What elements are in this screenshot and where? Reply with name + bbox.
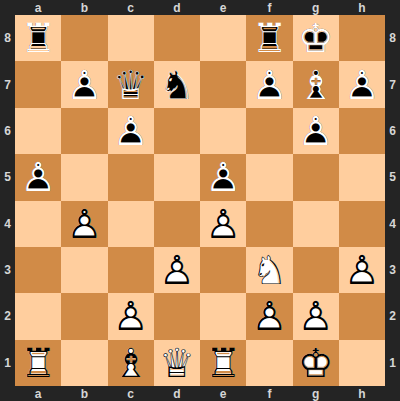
black-queen-outline-glyph: ♕ bbox=[108, 61, 154, 107]
square-h2[interactable] bbox=[339, 293, 385, 339]
piece-white-rook[interactable]: ♜♖ bbox=[15, 340, 61, 386]
white-pawn-outline-glyph: ♙ bbox=[108, 293, 154, 339]
square-b7[interactable]: ♟♙ bbox=[61, 61, 107, 107]
piece-white-pawn[interactable]: ♟♙ bbox=[246, 293, 292, 339]
piece-black-bishop[interactable]: ♝♗ bbox=[293, 61, 339, 107]
rank-label-5: 5 bbox=[385, 154, 400, 200]
black-rook-outline-glyph: ♖ bbox=[246, 15, 292, 61]
white-queen-outline-glyph: ♕ bbox=[154, 340, 200, 386]
square-d3[interactable]: ♟♙ bbox=[154, 247, 200, 293]
black-pawn-outline-glyph: ♙ bbox=[246, 61, 292, 107]
black-pawn-outline-glyph: ♙ bbox=[200, 154, 246, 200]
square-e2[interactable] bbox=[200, 293, 246, 339]
square-a4[interactable] bbox=[15, 201, 61, 247]
square-f4[interactable] bbox=[246, 201, 292, 247]
square-b8[interactable] bbox=[61, 15, 107, 61]
file-label-a: a bbox=[15, 386, 61, 401]
square-b5[interactable] bbox=[61, 154, 107, 200]
square-g2[interactable]: ♟♙ bbox=[293, 293, 339, 339]
square-a6[interactable] bbox=[15, 108, 61, 154]
black-pawn-outline-glyph: ♙ bbox=[339, 61, 385, 107]
file-labels-bottom: abcdefgh bbox=[15, 386, 385, 401]
piece-black-pawn[interactable]: ♟♙ bbox=[61, 61, 107, 107]
white-king-fill-glyph: ♚ bbox=[293, 340, 339, 386]
white-queen-fill-glyph: ♛ bbox=[154, 340, 200, 386]
square-c1[interactable]: ♝♗ bbox=[108, 340, 154, 386]
rank-label-2: 2 bbox=[385, 293, 400, 339]
file-label-g: g bbox=[293, 0, 339, 15]
square-h3[interactable]: ♟♙ bbox=[339, 247, 385, 293]
piece-white-knight[interactable]: ♞♘ bbox=[246, 247, 292, 293]
file-label-c: c bbox=[108, 386, 154, 401]
black-rook-fill-glyph: ♜ bbox=[15, 15, 61, 61]
rank-label-7: 7 bbox=[0, 61, 15, 107]
square-f2[interactable]: ♟♙ bbox=[246, 293, 292, 339]
square-d5[interactable] bbox=[154, 154, 200, 200]
square-g3[interactable] bbox=[293, 247, 339, 293]
piece-black-pawn[interactable]: ♟♙ bbox=[15, 154, 61, 200]
white-king-outline-glyph: ♔ bbox=[293, 340, 339, 386]
rank-label-4: 4 bbox=[0, 201, 15, 247]
rank-label-6: 6 bbox=[0, 108, 15, 154]
white-bishop-outline-glyph: ♗ bbox=[108, 340, 154, 386]
file-label-d: d bbox=[154, 386, 200, 401]
piece-white-rook[interactable]: ♜♖ bbox=[200, 340, 246, 386]
white-pawn-fill-glyph: ♟ bbox=[200, 201, 246, 247]
square-b6[interactable] bbox=[61, 108, 107, 154]
square-g7[interactable]: ♝♗ bbox=[293, 61, 339, 107]
piece-black-pawn[interactable]: ♟♙ bbox=[200, 154, 246, 200]
square-a3[interactable] bbox=[15, 247, 61, 293]
square-d1[interactable]: ♛♕ bbox=[154, 340, 200, 386]
square-e8[interactable] bbox=[200, 15, 246, 61]
square-h8[interactable] bbox=[339, 15, 385, 61]
black-king-fill-glyph: ♚ bbox=[293, 15, 339, 61]
square-f5[interactable] bbox=[246, 154, 292, 200]
piece-white-pawn[interactable]: ♟♙ bbox=[108, 293, 154, 339]
black-pawn-fill-glyph: ♟ bbox=[61, 61, 107, 107]
square-d8[interactable] bbox=[154, 15, 200, 61]
rank-label-6: 6 bbox=[385, 108, 400, 154]
rank-label-5: 5 bbox=[0, 154, 15, 200]
rank-label-3: 3 bbox=[0, 247, 15, 293]
square-a8[interactable]: ♜♖ bbox=[15, 15, 61, 61]
piece-black-knight[interactable]: ♞♘ bbox=[154, 61, 200, 107]
file-label-e: e bbox=[200, 0, 246, 15]
white-rook-fill-glyph: ♜ bbox=[200, 340, 246, 386]
piece-white-pawn[interactable]: ♟♙ bbox=[200, 201, 246, 247]
square-g5[interactable] bbox=[293, 154, 339, 200]
white-pawn-fill-glyph: ♟ bbox=[293, 293, 339, 339]
rank-label-1: 1 bbox=[0, 340, 15, 386]
piece-black-king[interactable]: ♚♔ bbox=[293, 15, 339, 61]
black-pawn-outline-glyph: ♙ bbox=[293, 108, 339, 154]
white-pawn-fill-glyph: ♟ bbox=[61, 201, 107, 247]
square-f6[interactable] bbox=[246, 108, 292, 154]
square-b4[interactable]: ♟♙ bbox=[61, 201, 107, 247]
square-f7[interactable]: ♟♙ bbox=[246, 61, 292, 107]
square-f1[interactable] bbox=[246, 340, 292, 386]
white-pawn-outline-glyph: ♙ bbox=[200, 201, 246, 247]
square-d6[interactable] bbox=[154, 108, 200, 154]
black-pawn-outline-glyph: ♙ bbox=[108, 108, 154, 154]
rank-label-8: 8 bbox=[385, 15, 400, 61]
black-pawn-fill-glyph: ♟ bbox=[339, 61, 385, 107]
square-h7[interactable]: ♟♙ bbox=[339, 61, 385, 107]
square-f3[interactable]: ♞♘ bbox=[246, 247, 292, 293]
square-c5[interactable] bbox=[108, 154, 154, 200]
white-rook-outline-glyph: ♖ bbox=[200, 340, 246, 386]
black-bishop-outline-glyph: ♗ bbox=[293, 61, 339, 107]
square-a2[interactable] bbox=[15, 293, 61, 339]
square-b2[interactable] bbox=[61, 293, 107, 339]
square-g6[interactable]: ♟♙ bbox=[293, 108, 339, 154]
piece-black-pawn[interactable]: ♟♙ bbox=[246, 61, 292, 107]
black-rook-fill-glyph: ♜ bbox=[246, 15, 292, 61]
rank-labels-left: 87654321 bbox=[0, 15, 15, 386]
black-pawn-outline-glyph: ♙ bbox=[15, 154, 61, 200]
white-pawn-fill-glyph: ♟ bbox=[154, 247, 200, 293]
file-label-d: d bbox=[154, 0, 200, 15]
piece-black-pawn[interactable]: ♟♙ bbox=[108, 108, 154, 154]
black-queen-fill-glyph: ♛ bbox=[108, 61, 154, 107]
black-pawn-fill-glyph: ♟ bbox=[200, 154, 246, 200]
rank-label-2: 2 bbox=[0, 293, 15, 339]
square-b3[interactable] bbox=[61, 247, 107, 293]
square-c3[interactable] bbox=[108, 247, 154, 293]
piece-white-pawn[interactable]: ♟♙ bbox=[61, 201, 107, 247]
black-pawn-fill-glyph: ♟ bbox=[108, 108, 154, 154]
piece-black-pawn[interactable]: ♟♙ bbox=[339, 61, 385, 107]
chess-board: ♜♖♜♖♚♔♟♙♛♕♞♘♟♙♝♗♟♙♟♙♟♙♟♙♟♙♟♙♟♙♟♙♞♘♟♙♟♙♟♙… bbox=[15, 15, 385, 386]
file-label-b: b bbox=[61, 0, 107, 15]
chess-app: abcdefgh 87654321 ♜♖♜♖♚♔♟♙♛♕♞♘♟♙♝♗♟♙♟♙♟♙… bbox=[0, 0, 400, 401]
rank-labels-right: 87654321 bbox=[385, 15, 400, 386]
square-g8[interactable]: ♚♔ bbox=[293, 15, 339, 61]
rank-label-7: 7 bbox=[385, 61, 400, 107]
white-pawn-fill-glyph: ♟ bbox=[339, 247, 385, 293]
black-king-outline-glyph: ♔ bbox=[293, 15, 339, 61]
file-label-h: h bbox=[339, 386, 385, 401]
square-e5[interactable]: ♟♙ bbox=[200, 154, 246, 200]
file-label-c: c bbox=[108, 0, 154, 15]
piece-white-king[interactable]: ♚♔ bbox=[293, 340, 339, 386]
white-bishop-fill-glyph: ♝ bbox=[108, 340, 154, 386]
black-pawn-fill-glyph: ♟ bbox=[15, 154, 61, 200]
square-e3[interactable] bbox=[200, 247, 246, 293]
square-f8[interactable]: ♜♖ bbox=[246, 15, 292, 61]
file-label-f: f bbox=[246, 0, 292, 15]
square-e7[interactable] bbox=[200, 61, 246, 107]
rank-label-3: 3 bbox=[385, 247, 400, 293]
file-label-b: b bbox=[61, 386, 107, 401]
square-c8[interactable] bbox=[108, 15, 154, 61]
black-pawn-fill-glyph: ♟ bbox=[293, 108, 339, 154]
square-d7[interactable]: ♞♘ bbox=[154, 61, 200, 107]
square-h6[interactable] bbox=[339, 108, 385, 154]
square-e1[interactable]: ♜♖ bbox=[200, 340, 246, 386]
white-pawn-outline-glyph: ♙ bbox=[61, 201, 107, 247]
square-e4[interactable]: ♟♙ bbox=[200, 201, 246, 247]
white-rook-fill-glyph: ♜ bbox=[15, 340, 61, 386]
file-label-h: h bbox=[339, 0, 385, 15]
file-labels-top: abcdefgh bbox=[15, 0, 385, 15]
square-a5[interactable]: ♟♙ bbox=[15, 154, 61, 200]
piece-white-pawn[interactable]: ♟♙ bbox=[293, 293, 339, 339]
square-a7[interactable] bbox=[15, 61, 61, 107]
white-rook-outline-glyph: ♖ bbox=[15, 340, 61, 386]
piece-black-pawn[interactable]: ♟♙ bbox=[293, 108, 339, 154]
piece-white-queen[interactable]: ♛♕ bbox=[154, 340, 200, 386]
square-h5[interactable] bbox=[339, 154, 385, 200]
file-label-g: g bbox=[293, 386, 339, 401]
file-label-f: f bbox=[246, 386, 292, 401]
square-d4[interactable] bbox=[154, 201, 200, 247]
piece-black-rook[interactable]: ♜♖ bbox=[15, 15, 61, 61]
black-rook-outline-glyph: ♖ bbox=[15, 15, 61, 61]
black-bishop-fill-glyph: ♝ bbox=[293, 61, 339, 107]
white-pawn-outline-glyph: ♙ bbox=[246, 293, 292, 339]
white-knight-fill-glyph: ♞ bbox=[246, 247, 292, 293]
black-pawn-outline-glyph: ♙ bbox=[61, 61, 107, 107]
white-pawn-outline-glyph: ♙ bbox=[293, 293, 339, 339]
white-pawn-outline-glyph: ♙ bbox=[339, 247, 385, 293]
square-c4[interactable] bbox=[108, 201, 154, 247]
piece-white-bishop[interactable]: ♝♗ bbox=[108, 340, 154, 386]
rank-label-4: 4 bbox=[385, 201, 400, 247]
rank-label-1: 1 bbox=[385, 340, 400, 386]
black-pawn-fill-glyph: ♟ bbox=[246, 61, 292, 107]
black-knight-fill-glyph: ♞ bbox=[154, 61, 200, 107]
square-g1[interactable]: ♚♔ bbox=[293, 340, 339, 386]
square-h4[interactable] bbox=[339, 201, 385, 247]
piece-black-rook[interactable]: ♜♖ bbox=[246, 15, 292, 61]
square-c2[interactable]: ♟♙ bbox=[108, 293, 154, 339]
file-label-e: e bbox=[200, 386, 246, 401]
piece-white-pawn[interactable]: ♟♙ bbox=[154, 247, 200, 293]
rank-label-8: 8 bbox=[0, 15, 15, 61]
white-knight-outline-glyph: ♘ bbox=[246, 247, 292, 293]
square-e6[interactable] bbox=[200, 108, 246, 154]
black-knight-outline-glyph: ♘ bbox=[154, 61, 200, 107]
square-c6[interactable]: ♟♙ bbox=[108, 108, 154, 154]
square-a1[interactable]: ♜♖ bbox=[15, 340, 61, 386]
square-d2[interactable] bbox=[154, 293, 200, 339]
square-h1[interactable] bbox=[339, 340, 385, 386]
square-c7[interactable]: ♛♕ bbox=[108, 61, 154, 107]
square-b1[interactable] bbox=[61, 340, 107, 386]
piece-black-queen[interactable]: ♛♕ bbox=[108, 61, 154, 107]
white-pawn-outline-glyph: ♙ bbox=[154, 247, 200, 293]
white-pawn-fill-glyph: ♟ bbox=[108, 293, 154, 339]
white-pawn-fill-glyph: ♟ bbox=[246, 293, 292, 339]
file-label-a: a bbox=[15, 0, 61, 15]
square-g4[interactable] bbox=[293, 201, 339, 247]
piece-white-pawn[interactable]: ♟♙ bbox=[339, 247, 385, 293]
